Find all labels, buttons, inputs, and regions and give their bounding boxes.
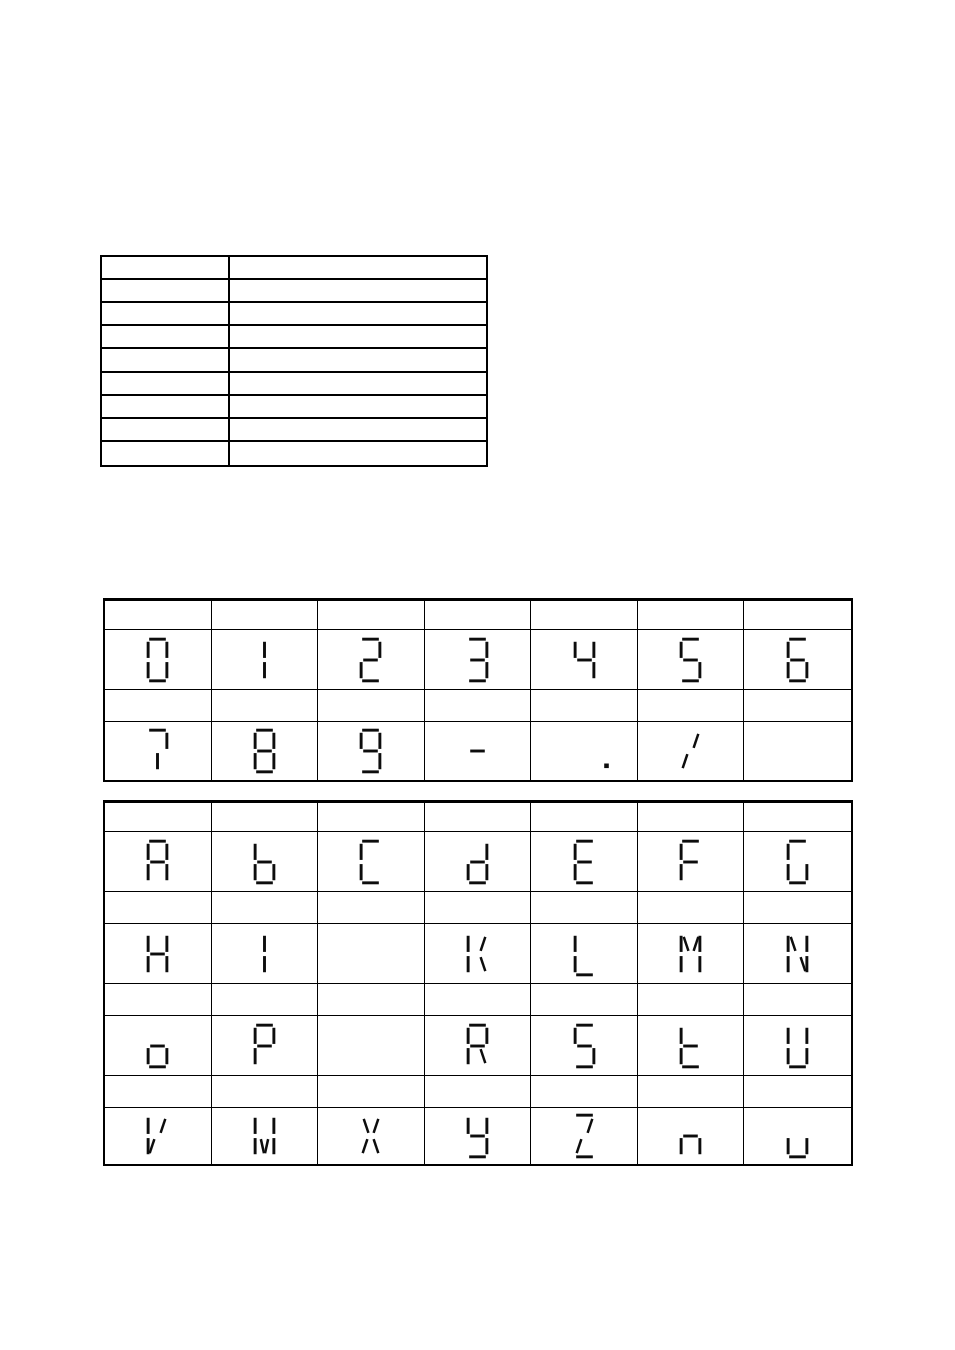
glyph-S — [572, 1023, 597, 1069]
spec-cell-r6c1 — [230, 396, 486, 419]
spec-cell-r1c1 — [230, 280, 486, 303]
glyph-X — [358, 1113, 383, 1159]
glyph-cell-slash — [638, 722, 745, 780]
header-cell — [638, 690, 745, 722]
header-cell — [531, 892, 638, 924]
header-cell — [744, 803, 851, 832]
glyph-cell-2 — [318, 630, 425, 690]
glyph-M — [678, 931, 703, 977]
glyph-cell-u — [744, 1108, 851, 1164]
glyph-cell-N — [744, 924, 851, 984]
header-cell — [318, 892, 425, 924]
header-cell — [105, 892, 212, 924]
glyph-U — [785, 1023, 810, 1069]
header-cell — [531, 803, 638, 832]
header-cell — [425, 601, 532, 630]
glyph-cell-7 — [105, 722, 212, 780]
glyph-cell-t — [638, 1016, 745, 1076]
glyph-7 — [145, 728, 170, 774]
glyph-cell-H — [105, 924, 212, 984]
header-cell — [212, 1076, 319, 1108]
glyph-Z — [572, 1113, 597, 1159]
glyph-F — [678, 839, 703, 885]
glyph-R — [465, 1023, 490, 1069]
header-cell — [212, 892, 319, 924]
glyph-cell-1 — [212, 630, 319, 690]
header-cell — [638, 1076, 745, 1108]
glyph-2 — [358, 637, 383, 683]
glyph-K — [465, 931, 490, 977]
glyph-t — [678, 1023, 703, 1069]
glyph-8 — [252, 728, 277, 774]
spec-cell-r5c0 — [102, 373, 230, 396]
glyph-E — [572, 839, 597, 885]
header-cell — [318, 803, 425, 832]
header-cell — [212, 601, 319, 630]
glyph-cell-M — [638, 924, 745, 984]
header-cell — [318, 690, 425, 722]
header-cell — [212, 984, 319, 1016]
header-cell — [425, 984, 532, 1016]
glyph-cell-5 — [638, 630, 745, 690]
header-cell — [105, 984, 212, 1016]
glyph-cell-3 — [425, 630, 532, 690]
glyph-N — [785, 931, 810, 977]
glyph-cell-Y — [425, 1108, 532, 1164]
glyph-cell-9 — [318, 722, 425, 780]
glyph-cell-8 — [212, 722, 319, 780]
glyph-cell-d — [425, 832, 532, 892]
glyph-cell-empty — [318, 1016, 425, 1076]
glyph-0 — [145, 637, 170, 683]
glyph-L — [572, 931, 597, 977]
spec-cell-r7c1 — [230, 419, 486, 442]
spec-cell-r5c1 — [230, 373, 486, 396]
glyph-cell-C — [318, 832, 425, 892]
header-cell — [105, 1076, 212, 1108]
spec-cell-r1c0 — [102, 280, 230, 303]
header-cell — [638, 601, 745, 630]
spec-cell-r0c1 — [230, 257, 486, 280]
glyph-4 — [572, 637, 597, 683]
glyph-cell-V — [105, 1108, 212, 1164]
glyph-o — [145, 1023, 170, 1069]
header-cell — [638, 984, 745, 1016]
spec-cell-r8c0 — [102, 442, 230, 465]
letter-glyph-table — [103, 800, 853, 1166]
spec-cell-r2c1 — [230, 303, 486, 326]
header-cell — [425, 690, 532, 722]
glyph-H — [145, 931, 170, 977]
header-cell — [744, 601, 851, 630]
glyph-I — [252, 931, 277, 977]
glyph-9 — [358, 728, 383, 774]
glyph-d — [465, 839, 490, 885]
header-cell — [638, 892, 745, 924]
glyph-cell-empty — [744, 722, 851, 780]
glyph-cell-E — [531, 832, 638, 892]
header-cell — [638, 803, 745, 832]
glyph-G — [785, 839, 810, 885]
glyph-cell-S — [531, 1016, 638, 1076]
glyph-minus — [465, 728, 490, 774]
digit-glyph-table — [103, 598, 853, 782]
spec-cell-r6c0 — [102, 396, 230, 419]
glyph-cell-n — [638, 1108, 745, 1164]
document-page — [0, 0, 955, 1350]
glyph-cell-0 — [105, 630, 212, 690]
glyph-cell-W — [212, 1108, 319, 1164]
glyph-cell-Z — [531, 1108, 638, 1164]
header-cell — [425, 1076, 532, 1108]
header-cell — [318, 984, 425, 1016]
glyph-cell-L — [531, 924, 638, 984]
glyph-Y — [465, 1113, 490, 1159]
empty-spec-table — [100, 255, 488, 467]
glyph-A — [145, 839, 170, 885]
header-cell — [212, 690, 319, 722]
header-cell — [105, 690, 212, 722]
glyph-cell-minus — [425, 722, 532, 780]
glyph-cell-F — [638, 832, 745, 892]
glyph-cell-G — [744, 832, 851, 892]
header-cell — [531, 601, 638, 630]
glyph-C — [358, 839, 383, 885]
spec-cell-r3c0 — [102, 326, 230, 349]
glyph-cell-6 — [744, 630, 851, 690]
header-cell — [425, 892, 532, 924]
spec-cell-r7c0 — [102, 419, 230, 442]
glyph-slash — [678, 728, 703, 774]
header-cell — [212, 803, 319, 832]
glyph-dot — [594, 728, 619, 774]
glyph-V — [145, 1113, 170, 1159]
glyph-cell-o — [105, 1016, 212, 1076]
glyph-cell-empty — [318, 924, 425, 984]
glyph-n — [678, 1113, 703, 1159]
glyph-5 — [678, 637, 703, 683]
glyph-P — [252, 1023, 277, 1069]
spec-cell-r0c0 — [102, 257, 230, 280]
header-cell — [318, 601, 425, 630]
spec-cell-r4c0 — [102, 349, 230, 372]
header-cell — [318, 1076, 425, 1108]
header-cell — [531, 690, 638, 722]
header-cell — [744, 1076, 851, 1108]
header-cell — [105, 803, 212, 832]
glyph-cell-R — [425, 1016, 532, 1076]
glyph-cell-A — [105, 832, 212, 892]
glyph-cell-I — [212, 924, 319, 984]
glyph-cell-U — [744, 1016, 851, 1076]
glyph-b — [252, 839, 277, 885]
glyph-W — [252, 1113, 277, 1159]
glyph-6 — [785, 637, 810, 683]
header-cell — [744, 690, 851, 722]
spec-cell-r4c1 — [230, 349, 486, 372]
glyph-cell-X — [318, 1108, 425, 1164]
glyph-3 — [465, 637, 490, 683]
spec-cell-r8c1 — [230, 442, 486, 465]
header-cell — [531, 1076, 638, 1108]
header-cell — [744, 984, 851, 1016]
glyph-u — [785, 1113, 810, 1159]
glyph-cell-P — [212, 1016, 319, 1076]
header-cell — [744, 892, 851, 924]
glyph-cell-b — [212, 832, 319, 892]
glyph-cell-K — [425, 924, 532, 984]
header-cell — [105, 601, 212, 630]
glyph-1 — [252, 637, 277, 683]
header-cell — [425, 803, 532, 832]
spec-cell-r3c1 — [230, 326, 486, 349]
header-cell — [531, 984, 638, 1016]
glyph-cell-4 — [531, 630, 638, 690]
spec-cell-r2c0 — [102, 303, 230, 326]
glyph-cell-dot — [531, 722, 638, 780]
